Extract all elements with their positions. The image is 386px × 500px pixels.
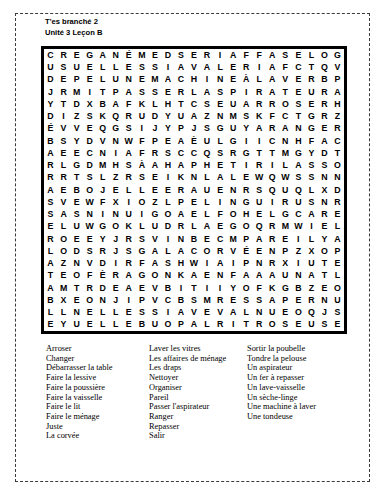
grid-cell-r15c2: L [57, 221, 70, 233]
grid-cell-r2c16: R [240, 61, 253, 73]
grid-cell-r8c7: W [122, 135, 135, 147]
grid-cell-r1c5: A [96, 49, 109, 61]
grid-cell-r18c4: V [83, 257, 96, 269]
grid-cell-r15c6: O [109, 221, 122, 233]
grid-cell-r14c23: E [331, 208, 344, 220]
grid-cell-r13c4: W [83, 196, 96, 208]
grid-cell-r9c11: C [174, 147, 187, 159]
grid-cell-r10c12: P [187, 159, 200, 171]
grid-cell-r14c6: N [109, 208, 122, 220]
grid-cell-r23c3: U [70, 319, 83, 331]
grid-cell-r22c1: L [44, 306, 57, 318]
grid-cell-r20c11: I [174, 282, 187, 294]
grid-cell-r17c14: R [214, 245, 227, 257]
grid-cell-r13c1: S [44, 196, 57, 208]
grid-cell-r18c6: I [109, 257, 122, 269]
grid-cell-r5c15: U [227, 98, 240, 110]
grid-cell-r13c9: Z [148, 196, 161, 208]
grid-cell-r7c5: Q [96, 123, 109, 135]
grid-cell-r1c12: E [187, 49, 200, 61]
grid-cell-r4c4: I [83, 86, 96, 98]
grid-cell-r9c3: E [70, 147, 83, 159]
grid-cell-r9c23: T [331, 147, 344, 159]
grid-cell-r1c18: A [266, 49, 279, 61]
grid-cell-r21c13: M [201, 294, 214, 306]
grid-cell-r23c10: O [161, 319, 174, 331]
grid-cell-r8c12: È [187, 135, 200, 147]
grid-cell-r19c22: T [318, 270, 331, 282]
grid-cell-r19c6: R [109, 270, 122, 282]
grid-cell-r9c19: M [279, 147, 292, 159]
grid-cell-r15c18: R [266, 221, 279, 233]
grid-cell-r14c11: A [174, 208, 187, 220]
grid-cell-r11c21: S [305, 172, 318, 184]
grid-cell-r13c13: L [201, 196, 214, 208]
grid-cell-r5c1: Y [44, 98, 57, 110]
grid-cell-r13c2: V [57, 196, 70, 208]
grid-cell-r19c8: G [135, 270, 148, 282]
grid-cell-r8c19: N [279, 135, 292, 147]
grid-cell-r9c2: E [57, 147, 70, 159]
grid-cell-r12c21: L [305, 184, 318, 196]
grid-cell-r18c13: I [201, 257, 214, 269]
grid-cell-r4c5: T [96, 86, 109, 98]
grid-cell-r9c7: A [122, 147, 135, 159]
grid-cell-r6c1: D [44, 110, 57, 122]
grid-cell-r22c2: L [57, 306, 70, 318]
grid-cell-r1c17: F [253, 49, 266, 61]
grid-cell-r4c13: A [201, 86, 214, 98]
grid-cell-r2c21: T [305, 61, 318, 73]
word-list-item: Tondre la pelouse [247, 354, 316, 364]
grid-cell-r9c14: S [214, 147, 227, 159]
grid-cell-r3c22: B [318, 74, 331, 86]
grid-cell-r11c18: Q [266, 172, 279, 184]
grid-cell-r22c12: V [187, 306, 200, 318]
grid-cell-r23c22: S [318, 319, 331, 331]
grid-cell-r19c23: L [331, 270, 344, 282]
grid-cell-r1c1: C [44, 49, 57, 61]
grid-cell-r10c10: H [161, 159, 174, 171]
grid-cell-r1c9: E [148, 49, 161, 61]
grid-cell-r16c23: A [331, 233, 344, 245]
grid-cell-r7c13: S [201, 123, 214, 135]
grid-cell-r14c2: A [57, 208, 70, 220]
grid-cell-r20c15: Y [227, 282, 240, 294]
grid-cell-r3c6: U [109, 74, 122, 86]
grid-cell-r12c1: A [44, 184, 57, 196]
grid-cell-r1c13: R [201, 49, 214, 61]
worksheet-header: T'es branché 2 Unité 3 Leçon B [45, 16, 102, 38]
grid-cell-r3c1: D [44, 74, 57, 86]
grid-cell-r22c19: E [279, 306, 292, 318]
word-list-item: Changer [46, 354, 113, 364]
grid-cell-r21c16: S [240, 294, 253, 306]
grid-cell-r12c20: Q [292, 184, 305, 196]
grid-cell-r2c18: A [266, 61, 279, 73]
grid-cell-r12c15: N [227, 184, 240, 196]
grid-cell-r2c19: F [279, 61, 292, 73]
word-list-item: Les affaires de ménage [149, 354, 226, 364]
grid-cell-r17c18: N [266, 245, 279, 257]
grid-cell-r9c12: C [187, 147, 200, 159]
grid-cell-r15c16: O [240, 221, 253, 233]
grid-cell-r6c17: K [253, 110, 266, 122]
grid-cell-r7c12: J [187, 123, 200, 135]
grid-cell-r18c23: E [331, 257, 344, 269]
grid-cell-r12c10: E [161, 184, 174, 196]
grid-cell-r20c22: E [318, 282, 331, 294]
grid-cell-r17c16: É [240, 245, 253, 257]
word-search-grid: CREGANÉMEDSERIAFFASELOGUSUELLESSIAVALERI… [41, 46, 347, 334]
grid-cell-r4c12: L [187, 86, 200, 98]
grid-cell-r23c16: T [240, 319, 253, 331]
grid-cell-r2c3: U [70, 61, 83, 73]
grid-cell-r12c14: E [214, 184, 227, 196]
grid-cell-r17c13: O [201, 245, 214, 257]
grid-cell-r4c19: T [279, 86, 292, 98]
grid-cell-r20c3: T [70, 282, 83, 294]
word-list-item: Pareil [149, 393, 226, 403]
grid-cell-r16c5: Y [96, 233, 109, 245]
grid-cell-r17c12: C [187, 245, 200, 257]
grid-cell-r14c19: G [279, 208, 292, 220]
grid-cell-r22c23: S [331, 306, 344, 318]
grid-cell-r16c22: Y [318, 233, 331, 245]
grid-cell-r10c1: R [44, 159, 57, 171]
grid-cell-r4c22: R [318, 86, 331, 98]
grid-cell-r19c10: N [161, 270, 174, 282]
grid-cell-r20c8: E [135, 282, 148, 294]
word-list-item: Faire le ménage [46, 412, 113, 422]
grid-cell-r13c7: I [122, 196, 135, 208]
grid-cell-r5c9: L [148, 98, 161, 110]
grid-cell-r16c20: I [292, 233, 305, 245]
grid-cell-r11c11: K [174, 172, 187, 184]
grid-cell-r5c23: H [331, 98, 344, 110]
grid-cell-r8c13: U [201, 135, 214, 147]
grid-cell-r16c9: V [148, 233, 161, 245]
grid-cell-r2c12: V [187, 61, 200, 73]
word-list-item: Un fer à repasser [247, 373, 316, 383]
grid-cell-r18c17: N [253, 257, 266, 269]
grid-cell-r21c9: V [148, 294, 161, 306]
grid-cell-r23c14: R [214, 319, 227, 331]
grid-cell-r15c11: R [174, 221, 187, 233]
grid-cell-r23c17: R [253, 319, 266, 331]
grid-cell-r20c16: O [240, 282, 253, 294]
grid-cell-r9c5: N [96, 147, 109, 159]
grid-cell-r11c5: L [96, 172, 109, 184]
grid-cell-r6c2: I [57, 110, 70, 122]
word-list-item: Nettoyer [149, 373, 226, 383]
word-list-item: Débarrasser la table [46, 363, 113, 373]
grid-cell-r18c14: A [214, 257, 227, 269]
grid-cell-r22c16: L [240, 306, 253, 318]
grid-cell-r7c20: N [292, 123, 305, 135]
grid-cell-r3c7: N [122, 74, 135, 86]
grid-cell-r23c18: O [266, 319, 279, 331]
grid-cell-r10c11: A [174, 159, 187, 171]
grid-cell-r14c13: L [201, 208, 214, 220]
grid-cell-r5c7: F [122, 98, 135, 110]
grid-cell-r7c10: Y [161, 123, 174, 135]
grid-cell-r3c16: À [240, 74, 253, 86]
grid-cell-r12c9: E [148, 184, 161, 196]
grid-cell-r4c18: A [266, 86, 279, 98]
grid-cell-r3c18: A [266, 74, 279, 86]
grid-cell-r14c22: R [318, 208, 331, 220]
grid-cell-r19c11: K [174, 270, 187, 282]
grid-cell-r14c1: S [44, 208, 57, 220]
grid-cell-r22c20: O [292, 306, 305, 318]
grid-cell-r2c13: A [201, 61, 214, 73]
book-title: T'es branché 2 [45, 16, 102, 27]
grid-cell-r21c11: B [174, 294, 187, 306]
word-list-item: Faire le lit [46, 402, 113, 412]
word-list-item: Salir [149, 431, 226, 441]
grid-cell-r7c8: I [135, 123, 148, 135]
grid-cell-r10c4: D [83, 159, 96, 171]
grid-cell-r2c14: L [214, 61, 227, 73]
grid-cell-r6c22: R [318, 110, 331, 122]
grid-cell-r15c20: W [292, 221, 305, 233]
grid-cell-r17c11: A [174, 245, 187, 257]
grid-cell-r18c12: W [187, 257, 200, 269]
grid-cell-r6c10: Y [161, 110, 174, 122]
grid-cell-r4c15: P [227, 86, 240, 98]
grid-cell-r21c6: J [109, 294, 122, 306]
worksheet-page: T'es branché 2 Unité 3 Leçon B CREGANÉME… [0, 0, 386, 500]
grid-cell-r21c12: S [187, 294, 200, 306]
grid-cell-r6c14: N [214, 110, 227, 122]
word-list-item: Une tondeuse [247, 412, 316, 422]
grid-cell-r12c18: Q [266, 184, 279, 196]
grid-cell-r10c16: I [240, 159, 253, 171]
grid-cell-r8c9: P [148, 135, 161, 147]
grid-cell-r11c17: W [253, 172, 266, 184]
grid-cell-r7c16: Y [240, 123, 253, 135]
grid-cell-r12c7: L [122, 184, 135, 196]
word-list-column-2: Laver les vitresLes affaires de ménageLe… [149, 344, 226, 441]
word-list-item: Organiser [149, 383, 226, 393]
grid-cell-r22c8: S [135, 306, 148, 318]
grid-cell-r15c3: U [70, 221, 83, 233]
grid-cell-r8c1: B [44, 135, 57, 147]
grid-cell-r6c5: K [96, 110, 109, 122]
grid-cell-r17c10: L [161, 245, 174, 257]
grid-cell-r8c17: I [253, 135, 266, 147]
grid-cell-r12c17: S [253, 184, 266, 196]
grid-cell-r14c14: F [214, 208, 227, 220]
grid-cell-r1c11: S [174, 49, 187, 61]
grid-cell-r10c2: L [57, 159, 70, 171]
grid-cell-r13c17: U [253, 196, 266, 208]
grid-cell-r4c6: P [109, 86, 122, 98]
grid-cell-r2c15: E [227, 61, 240, 73]
grid-cell-r23c8: B [135, 319, 148, 331]
grid-cell-r2c9: S [148, 61, 161, 73]
grid-cell-r6c21: G [305, 110, 318, 122]
grid-cell-r7c6: G [109, 123, 122, 135]
grid-cell-r10c5: M [96, 159, 109, 171]
grid-cell-r2c4: E [83, 61, 96, 73]
grid-cell-r10c9: A [148, 159, 161, 171]
grid-cell-r15c22: E [318, 221, 331, 233]
grid-cell-r6c9: D [148, 110, 161, 122]
grid-cell-r7c23: R [331, 123, 344, 135]
grid-cell-r20c20: B [292, 282, 305, 294]
grid-cell-r22c13: E [201, 306, 214, 318]
grid-cell-r18c20: I [292, 257, 305, 269]
grid-cell-r9c10: S [161, 147, 174, 159]
grid-cell-r21c5: N [96, 294, 109, 306]
grid-cell-r20c19: G [279, 282, 292, 294]
grid-cell-r20c14: I [214, 282, 227, 294]
grid-cell-r22c7: E [122, 306, 135, 318]
grid-cell-r5c3: D [70, 98, 83, 110]
grid-cell-r17c20: Z [292, 245, 305, 257]
grid-cell-r11c3: T [70, 172, 83, 184]
grid-cell-r19c20: N [292, 270, 305, 282]
grid-cell-r21c8: P [135, 294, 148, 306]
grid-cell-r16c19: E [279, 233, 292, 245]
grid-cell-r9c20: G [292, 147, 305, 159]
grid-cell-r1c3: E [70, 49, 83, 61]
grid-cell-r2c22: Q [318, 61, 331, 73]
grid-cell-r19c18: A [266, 270, 279, 282]
grid-cell-r7c22: E [318, 123, 331, 135]
grid-cell-r19c9: O [148, 270, 161, 282]
grid-cell-r15c14: E [214, 221, 227, 233]
word-list-item: Un sèche-linge [247, 393, 316, 403]
grid-cell-r12c22: X [318, 184, 331, 196]
grid-cell-r22c9: S [148, 306, 161, 318]
grid-cell-r8c11: A [174, 135, 187, 147]
grid-cell-r9c6: I [109, 147, 122, 159]
grid-cell-r9c9: R [148, 147, 161, 159]
grid-cell-r23c12: A [187, 319, 200, 331]
word-list-column-1: ArroserChangerDébarrasser la tableFaire … [46, 344, 113, 441]
grid-cell-r8c10: E [161, 135, 174, 147]
grid-cell-r2c17: I [253, 61, 266, 73]
grid-cell-r12c4: O [83, 184, 96, 196]
grid-cell-r19c4: F [83, 270, 96, 282]
word-list-item: Arroser [46, 344, 113, 354]
grid-cell-r15c9: U [148, 221, 161, 233]
grid-cell-r10c6: H [109, 159, 122, 171]
grid-cell-r15c13: A [201, 221, 214, 233]
grid-cell-r16c8: S [135, 233, 148, 245]
grid-cell-r12c19: U [279, 184, 292, 196]
grid-cell-r9c18: T [266, 147, 279, 159]
grid-cell-r15c4: W [83, 221, 96, 233]
grid-cell-r14c10: O [161, 208, 174, 220]
grid-cell-r22c6: L [109, 306, 122, 318]
grid-cell-r10c18: I [266, 159, 279, 171]
word-list-item: La corvée [46, 431, 113, 441]
grid-cell-r5c14: E [214, 98, 227, 110]
grid-cell-r5c20: S [292, 98, 305, 110]
grid-cell-r10c17: R [253, 159, 266, 171]
grid-cell-r1c4: G [83, 49, 96, 61]
grid-cell-r8c5: V [96, 135, 109, 147]
grid-cell-r20c5: D [96, 282, 109, 294]
grid-cell-r10c3: G [70, 159, 83, 171]
grid-cell-r1c21: L [305, 49, 318, 61]
grid-cell-r2c6: L [109, 61, 122, 73]
grid-cell-r21c7: I [122, 294, 135, 306]
grid-cell-r23c21: U [305, 319, 318, 331]
grid-cell-r16c12: B [187, 233, 200, 245]
grid-cell-r1c20: E [292, 49, 305, 61]
grid-cell-r11c2: R [57, 172, 70, 184]
grid-cell-r5c10: H [161, 98, 174, 110]
grid-cell-r8c18: C [266, 135, 279, 147]
grid-cell-r20c10: B [161, 282, 174, 294]
grid-cell-r22c18: U [266, 306, 279, 318]
grid-cell-r16c15: M [227, 233, 240, 245]
grid-cell-r12c8: L [135, 184, 148, 196]
grid-cell-r14c20: C [292, 208, 305, 220]
grid-cell-r15c5: G [96, 221, 109, 233]
grid-cell-r18c18: R [266, 257, 279, 269]
grid-cell-r9c1: A [44, 147, 57, 159]
grid-cell-r2c7: E [122, 61, 135, 73]
grid-cell-r5c18: R [266, 98, 279, 110]
grid-cell-r7c3: V [70, 123, 83, 135]
grid-cell-r17c6: J [109, 245, 122, 257]
grid-cell-r9c8: F [135, 147, 148, 159]
grid-cell-r22c11: A [174, 306, 187, 318]
grid-cell-r4c20: E [292, 86, 305, 98]
grid-cell-r14c7: U [122, 208, 135, 220]
unit-label: Unité 3 Leçon B [45, 27, 102, 38]
grid-cell-r23c7: E [122, 319, 135, 331]
grid-cell-r11c15: L [227, 172, 240, 184]
grid-cell-r20c2: M [57, 282, 70, 294]
grid-cell-r15c8: L [135, 221, 148, 233]
grid-cell-r1c7: É [122, 49, 135, 61]
grid-cell-r20c6: E [109, 282, 122, 294]
grid-cell-r16c11: N [174, 233, 187, 245]
grid-cell-r15c23: L [331, 221, 344, 233]
grid-cell-r11c20: S [292, 172, 305, 184]
grid-cell-r13c20: U [292, 196, 305, 208]
grid-cell-r22c15: A [227, 306, 240, 318]
grid-cell-r3c14: N [214, 74, 227, 86]
grid-cell-r10c7: S [122, 159, 135, 171]
grid-cell-r13c10: L [161, 196, 174, 208]
grid-cell-r23c20: E [292, 319, 305, 331]
grid-cell-r16c21: L [305, 233, 318, 245]
grid-cell-r1c14: I [214, 49, 227, 61]
grid-cell-r3c20: E [292, 74, 305, 86]
grid-cell-r10c22: S [318, 159, 331, 171]
grid-cell-r18c2: Z [57, 257, 70, 269]
grid-cell-r5c13: S [201, 98, 214, 110]
word-list-column-3: Sortir la poubelleTondre la pelouseUn as… [247, 344, 316, 422]
grid-cell-r7c19: A [279, 123, 292, 135]
grid-cell-r13c14: I [214, 196, 227, 208]
grid-cell-r21c3: E [70, 294, 83, 306]
grid-cell-r15c7: K [122, 221, 135, 233]
grid-cell-r17c5: R [96, 245, 109, 257]
grid-cell-r1c22: O [318, 49, 331, 61]
grid-cell-r22c17: N [253, 306, 266, 318]
word-list-item: Un aspirateur [247, 363, 316, 373]
word-list-item: Faire la vaisselle [46, 393, 113, 403]
